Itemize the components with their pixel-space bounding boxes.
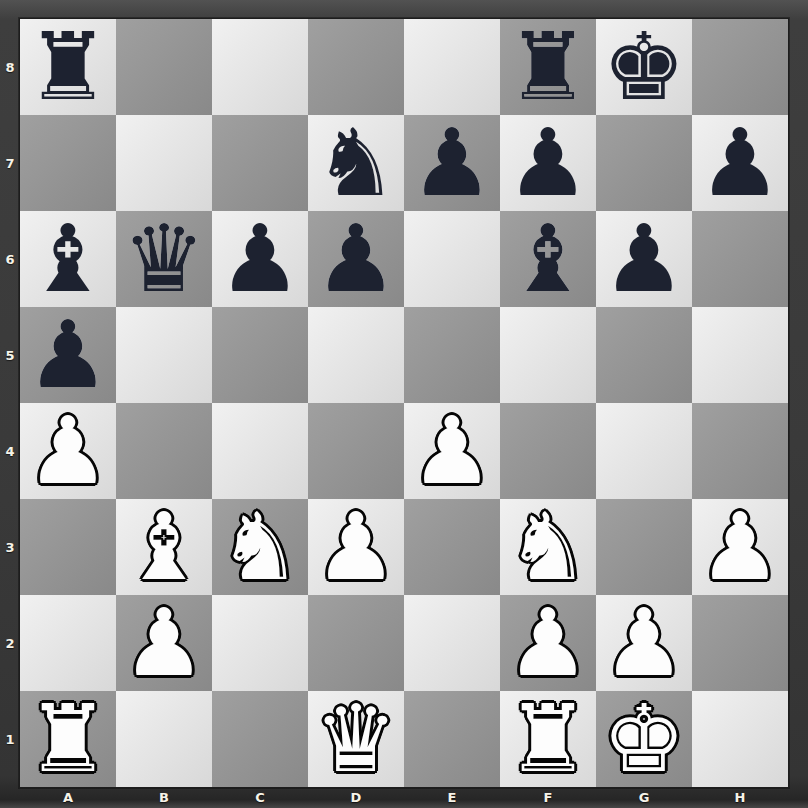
square-b1[interactable]	[116, 691, 212, 787]
square-h2[interactable]	[692, 595, 788, 691]
square-b3[interactable]: ♝	[116, 499, 212, 595]
square-d6[interactable]: ♟	[308, 211, 404, 307]
square-c3[interactable]: ♞	[212, 499, 308, 595]
piece-black-pawn[interactable]: ♟	[212, 211, 308, 307]
file-label-c: C	[212, 787, 308, 807]
square-c1[interactable]	[212, 691, 308, 787]
square-g2[interactable]: ♟	[596, 595, 692, 691]
piece-black-rook[interactable]: ♜	[20, 19, 116, 115]
piece-black-pawn[interactable]: ♟	[20, 307, 116, 403]
piece-white-king[interactable]: ♚	[596, 691, 692, 787]
piece-black-king[interactable]: ♚	[596, 19, 692, 115]
piece-white-pawn[interactable]: ♟	[596, 595, 692, 691]
file-label-g: G	[596, 787, 692, 807]
square-d4[interactable]	[308, 403, 404, 499]
piece-white-pawn[interactable]: ♟	[500, 595, 596, 691]
square-c8[interactable]	[212, 19, 308, 115]
file-label-b: B	[116, 787, 212, 807]
rank-label-5: 5	[0, 307, 20, 403]
square-e5[interactable]	[404, 307, 500, 403]
square-c5[interactable]	[212, 307, 308, 403]
piece-black-pawn[interactable]: ♟	[692, 115, 788, 211]
square-c4[interactable]	[212, 403, 308, 499]
square-a4[interactable]: ♟	[20, 403, 116, 499]
square-d8[interactable]	[308, 19, 404, 115]
square-f7[interactable]: ♟	[500, 115, 596, 211]
square-f6[interactable]: ♝	[500, 211, 596, 307]
square-c7[interactable]	[212, 115, 308, 211]
piece-black-queen[interactable]: ♛	[116, 211, 212, 307]
square-g8[interactable]: ♚	[596, 19, 692, 115]
rank-label-7: 7	[0, 115, 20, 211]
piece-black-bishop[interactable]: ♝	[20, 211, 116, 307]
rank-label-4: 4	[0, 403, 20, 499]
square-c2[interactable]	[212, 595, 308, 691]
piece-white-pawn[interactable]: ♟	[116, 595, 212, 691]
piece-white-rook[interactable]: ♜	[500, 691, 596, 787]
square-e3[interactable]	[404, 499, 500, 595]
square-f4[interactable]	[500, 403, 596, 499]
square-g1[interactable]: ♚	[596, 691, 692, 787]
rank-label-2: 2	[0, 595, 20, 691]
rank-label-3: 3	[0, 499, 20, 595]
piece-white-bishop[interactable]: ♝	[116, 499, 212, 595]
square-g6[interactable]: ♟	[596, 211, 692, 307]
square-a3[interactable]	[20, 499, 116, 595]
file-labels: ABCDEFGH	[20, 787, 788, 807]
square-g7[interactable]	[596, 115, 692, 211]
piece-white-pawn[interactable]: ♟	[692, 499, 788, 595]
square-d2[interactable]	[308, 595, 404, 691]
square-b8[interactable]	[116, 19, 212, 115]
square-b7[interactable]	[116, 115, 212, 211]
square-f8[interactable]: ♜	[500, 19, 596, 115]
square-g4[interactable]	[596, 403, 692, 499]
square-e1[interactable]	[404, 691, 500, 787]
square-f5[interactable]	[500, 307, 596, 403]
square-d3[interactable]: ♟	[308, 499, 404, 595]
piece-black-bishop[interactable]: ♝	[500, 211, 596, 307]
file-label-h: H	[692, 787, 788, 807]
piece-white-pawn[interactable]: ♟	[404, 403, 500, 499]
square-b4[interactable]	[116, 403, 212, 499]
square-c6[interactable]: ♟	[212, 211, 308, 307]
piece-black-pawn[interactable]: ♟	[308, 211, 404, 307]
square-d5[interactable]	[308, 307, 404, 403]
square-d7[interactable]: ♞	[308, 115, 404, 211]
chess-board-frame: 87654321 ♜♜♚♞♟♟♟♝♛♟♟♝♟♟♟♟♝♞♟♞♟♟♟♟♜♛♜♚ AB…	[0, 0, 808, 808]
square-h7[interactable]: ♟	[692, 115, 788, 211]
square-h3[interactable]: ♟	[692, 499, 788, 595]
square-b2[interactable]: ♟	[116, 595, 212, 691]
square-e4[interactable]: ♟	[404, 403, 500, 499]
square-h4[interactable]	[692, 403, 788, 499]
square-a1[interactable]: ♜	[20, 691, 116, 787]
square-b5[interactable]	[116, 307, 212, 403]
square-h6[interactable]	[692, 211, 788, 307]
piece-black-pawn[interactable]: ♟	[596, 211, 692, 307]
square-h8[interactable]	[692, 19, 788, 115]
file-label-f: F	[500, 787, 596, 807]
piece-white-knight[interactable]: ♞	[212, 499, 308, 595]
piece-white-knight[interactable]: ♞	[500, 499, 596, 595]
square-g3[interactable]	[596, 499, 692, 595]
square-f2[interactable]: ♟	[500, 595, 596, 691]
piece-black-pawn[interactable]: ♟	[404, 115, 500, 211]
piece-black-knight[interactable]: ♞	[308, 115, 404, 211]
piece-black-pawn[interactable]: ♟	[500, 115, 596, 211]
square-b6[interactable]: ♛	[116, 211, 212, 307]
piece-white-queen[interactable]: ♛	[308, 691, 404, 787]
square-g5[interactable]	[596, 307, 692, 403]
piece-black-rook[interactable]: ♜	[500, 19, 596, 115]
square-a8[interactable]: ♜	[20, 19, 116, 115]
piece-white-rook[interactable]: ♜	[20, 691, 116, 787]
file-label-d: D	[308, 787, 404, 807]
piece-white-pawn[interactable]: ♟	[20, 403, 116, 499]
file-label-a: A	[20, 787, 116, 807]
square-a6[interactable]: ♝	[20, 211, 116, 307]
square-f1[interactable]: ♜	[500, 691, 596, 787]
chess-board: ♜♜♚♞♟♟♟♝♛♟♟♝♟♟♟♟♝♞♟♞♟♟♟♟♜♛♜♚	[20, 19, 788, 787]
square-f3[interactable]: ♞	[500, 499, 596, 595]
rank-label-1: 1	[0, 691, 20, 787]
square-a2[interactable]	[20, 595, 116, 691]
square-a7[interactable]	[20, 115, 116, 211]
piece-white-pawn[interactable]: ♟	[308, 499, 404, 595]
file-label-e: E	[404, 787, 500, 807]
square-e6[interactable]	[404, 211, 500, 307]
square-e7[interactable]: ♟	[404, 115, 500, 211]
square-h1[interactable]	[692, 691, 788, 787]
square-h5[interactable]	[692, 307, 788, 403]
rank-labels: 87654321	[0, 19, 20, 787]
square-a5[interactable]: ♟	[20, 307, 116, 403]
square-d1[interactable]: ♛	[308, 691, 404, 787]
square-e2[interactable]	[404, 595, 500, 691]
square-e8[interactable]	[404, 19, 500, 115]
rank-label-8: 8	[0, 19, 20, 115]
rank-label-6: 6	[0, 211, 20, 307]
